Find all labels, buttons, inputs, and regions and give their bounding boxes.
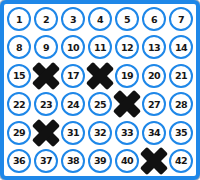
number-cell-4[interactable]: 4 <box>88 7 112 31</box>
number-label: 8 <box>16 42 22 53</box>
number-label: 10 <box>67 42 79 53</box>
number-cell-17[interactable]: 17 <box>61 64 85 88</box>
number-circle: 6 <box>142 7 166 31</box>
number-label: 27 <box>148 99 160 110</box>
number-cell-18[interactable] <box>88 64 112 88</box>
number-cell-24[interactable]: 24 <box>61 92 85 116</box>
number-label: 36 <box>13 155 25 166</box>
number-cell-15[interactable]: 15 <box>7 64 31 88</box>
number-circle: 12 <box>115 35 139 59</box>
number-circle: 24 <box>61 92 85 116</box>
number-circle: 39 <box>88 149 112 173</box>
number-cell-39[interactable]: 39 <box>88 149 112 173</box>
number-cell-5[interactable]: 5 <box>115 7 139 31</box>
number-label: 38 <box>67 155 79 166</box>
number-circle: 31 <box>61 121 85 145</box>
number-label: 12 <box>121 42 133 53</box>
number-cell-7[interactable]: 7 <box>169 7 193 31</box>
number-label: 21 <box>175 70 187 81</box>
number-circle: 9 <box>34 35 58 59</box>
number-circle: 22 <box>7 92 31 116</box>
number-label: 37 <box>40 155 52 166</box>
number-cell-14[interactable]: 14 <box>169 35 193 59</box>
number-label: 42 <box>175 155 187 166</box>
number-circle: 27 <box>142 92 166 116</box>
number-cell-40[interactable]: 40 <box>115 149 139 173</box>
number-circle: 3 <box>61 7 85 31</box>
number-circle: 5 <box>115 7 139 31</box>
number-cell-38[interactable]: 38 <box>61 149 85 173</box>
number-cell-32[interactable]: 32 <box>88 121 112 145</box>
number-label: 39 <box>94 155 106 166</box>
number-cell-2[interactable]: 2 <box>34 7 58 31</box>
number-label: 2 <box>43 14 49 25</box>
number-label: 31 <box>67 127 79 138</box>
number-cell-16[interactable] <box>34 64 58 88</box>
number-circle: 36 <box>7 149 31 173</box>
number-cell-19[interactable]: 19 <box>115 64 139 88</box>
cross-icon <box>115 92 139 116</box>
number-circle: 11 <box>88 35 112 59</box>
number-cell-41[interactable] <box>142 149 166 173</box>
number-circle: 17 <box>61 64 85 88</box>
number-label: 4 <box>97 14 103 25</box>
number-cell-26[interactable] <box>115 92 139 116</box>
number-circle: 21 <box>169 64 193 88</box>
number-cell-20[interactable]: 20 <box>142 64 166 88</box>
number-circle: 25 <box>88 92 112 116</box>
number-label: 14 <box>175 42 187 53</box>
number-cell-30[interactable] <box>34 121 58 145</box>
number-label: 9 <box>43 42 49 53</box>
number-cell-33[interactable]: 33 <box>115 121 139 145</box>
number-cell-34[interactable]: 34 <box>142 121 166 145</box>
number-cell-22[interactable]: 22 <box>7 92 31 116</box>
number-circle: 10 <box>61 35 85 59</box>
number-circle: 32 <box>88 121 112 145</box>
number-circle: 38 <box>61 149 85 173</box>
number-cell-29[interactable]: 29 <box>7 121 31 145</box>
number-label: 22 <box>13 99 25 110</box>
number-label: 33 <box>121 127 133 138</box>
number-label: 20 <box>148 70 160 81</box>
number-circle: 33 <box>115 121 139 145</box>
number-circle: 14 <box>169 35 193 59</box>
number-label: 35 <box>175 127 187 138</box>
number-circle: 8 <box>7 35 31 59</box>
number-label: 7 <box>178 14 184 25</box>
number-cell-23[interactable]: 23 <box>34 92 58 116</box>
number-cell-9[interactable]: 9 <box>34 35 58 59</box>
number-cell-3[interactable]: 3 <box>61 7 85 31</box>
number-cell-13[interactable]: 13 <box>142 35 166 59</box>
number-cell-21[interactable]: 21 <box>169 64 193 88</box>
number-circle: 37 <box>34 149 58 173</box>
number-label: 6 <box>151 14 157 25</box>
number-circle: 35 <box>169 121 193 145</box>
number-label: 25 <box>94 99 106 110</box>
number-circle: 29 <box>7 121 31 145</box>
number-cell-25[interactable]: 25 <box>88 92 112 116</box>
number-circle: 20 <box>142 64 166 88</box>
number-board: 1234567891011121314151719202122232425272… <box>0 0 200 180</box>
number-circle: 13 <box>142 35 166 59</box>
number-cell-37[interactable]: 37 <box>34 149 58 173</box>
number-circle: 4 <box>88 7 112 31</box>
number-circle: 1 <box>7 7 31 31</box>
number-label: 19 <box>121 70 133 81</box>
number-cell-1[interactable]: 1 <box>7 7 31 31</box>
number-label: 24 <box>67 99 79 110</box>
cross-icon <box>142 149 166 173</box>
number-cell-36[interactable]: 36 <box>7 149 31 173</box>
number-label: 34 <box>148 127 160 138</box>
number-cell-6[interactable]: 6 <box>142 7 166 31</box>
number-circle: 40 <box>115 149 139 173</box>
number-circle: 42 <box>169 149 193 173</box>
cross-icon <box>34 64 58 88</box>
cross-icon <box>88 64 112 88</box>
number-circle: 34 <box>142 121 166 145</box>
number-label: 3 <box>70 14 76 25</box>
number-label: 32 <box>94 127 106 138</box>
number-cell-28[interactable]: 28 <box>169 92 193 116</box>
number-circle: 2 <box>34 7 58 31</box>
number-label: 1 <box>16 14 22 25</box>
number-cell-8[interactable]: 8 <box>7 35 31 59</box>
number-cell-10[interactable]: 10 <box>61 35 85 59</box>
cross-icon <box>34 121 58 145</box>
number-circle: 28 <box>169 92 193 116</box>
number-label: 40 <box>121 155 133 166</box>
number-circle: 19 <box>115 64 139 88</box>
number-label: 28 <box>175 99 187 110</box>
number-cell-11[interactable]: 11 <box>88 35 112 59</box>
number-label: 11 <box>94 42 106 53</box>
number-label: 23 <box>40 99 52 110</box>
number-cell-27[interactable]: 27 <box>142 92 166 116</box>
number-cell-42[interactable]: 42 <box>169 149 193 173</box>
number-label: 17 <box>67 70 79 81</box>
number-label: 13 <box>148 42 160 53</box>
number-label: 15 <box>13 70 25 81</box>
number-label: 29 <box>13 127 25 138</box>
number-circle: 7 <box>169 7 193 31</box>
number-label: 5 <box>124 14 130 25</box>
number-cell-31[interactable]: 31 <box>61 121 85 145</box>
number-circle: 23 <box>34 92 58 116</box>
number-cell-12[interactable]: 12 <box>115 35 139 59</box>
number-circle: 15 <box>7 64 31 88</box>
number-cell-35[interactable]: 35 <box>169 121 193 145</box>
